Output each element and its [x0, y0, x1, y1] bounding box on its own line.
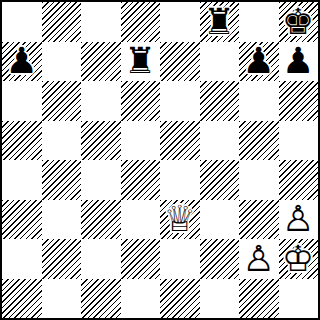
square-b6[interactable] [42, 81, 82, 121]
piece-glyph: ♟ [279, 42, 319, 82]
square-c5[interactable] [81, 121, 121, 161]
square-d5[interactable] [121, 121, 161, 161]
square-b5[interactable] [42, 121, 82, 161]
square-f8[interactable]: ♜♜ [200, 2, 240, 42]
square-e1[interactable] [160, 279, 200, 319]
black-pawn[interactable]: ♟♟ [239, 42, 279, 82]
square-h7[interactable]: ♟♟ [279, 42, 319, 82]
square-g1[interactable] [239, 279, 279, 319]
square-g4[interactable] [239, 160, 279, 200]
square-c7[interactable] [81, 42, 121, 82]
white-pawn[interactable]: ♟♙ [279, 200, 319, 240]
piece-glyph: ♜ [200, 2, 240, 42]
square-h8[interactable]: ♚♚ [279, 2, 319, 42]
square-f1[interactable] [200, 279, 240, 319]
square-h6[interactable] [279, 81, 319, 121]
white-queen[interactable]: ♛♕ [160, 200, 200, 240]
piece-glyph: ♙ [239, 239, 279, 279]
square-b2[interactable] [42, 239, 82, 279]
square-a6[interactable] [2, 81, 42, 121]
piece-glyph: ♙ [279, 200, 319, 240]
square-a7[interactable]: ♟♟ [2, 42, 42, 82]
square-f4[interactable] [200, 160, 240, 200]
square-b8[interactable] [42, 2, 82, 42]
square-b4[interactable] [42, 160, 82, 200]
square-f2[interactable] [200, 239, 240, 279]
black-rook[interactable]: ♜♜ [200, 2, 240, 42]
square-a8[interactable] [2, 2, 42, 42]
black-pawn[interactable]: ♟♟ [2, 42, 42, 82]
square-g7[interactable]: ♟♟ [239, 42, 279, 82]
square-d1[interactable] [121, 279, 161, 319]
square-d4[interactable] [121, 160, 161, 200]
black-king[interactable]: ♚♚ [279, 2, 319, 42]
square-a5[interactable] [2, 121, 42, 161]
piece-glyph: ♚ [279, 2, 319, 42]
square-g3[interactable] [239, 200, 279, 240]
white-pawn[interactable]: ♟♙ [239, 239, 279, 279]
square-b7[interactable] [42, 42, 82, 82]
square-f3[interactable] [200, 200, 240, 240]
piece-glyph: ♟ [2, 42, 42, 82]
square-d7[interactable]: ♜♜ [121, 42, 161, 82]
square-b3[interactable] [42, 200, 82, 240]
square-h1[interactable] [279, 279, 319, 319]
square-c4[interactable] [81, 160, 121, 200]
square-c8[interactable] [81, 2, 121, 42]
chess-diagram: ♜♜♚♚♟♟♜♜♟♟♟♟♛♕♟♙♟♙♚♔ [0, 0, 320, 320]
square-c1[interactable] [81, 279, 121, 319]
square-a1[interactable] [2, 279, 42, 319]
square-g2[interactable]: ♟♙ [239, 239, 279, 279]
square-d8[interactable] [121, 2, 161, 42]
square-c3[interactable] [81, 200, 121, 240]
square-f5[interactable] [200, 121, 240, 161]
square-d2[interactable] [121, 239, 161, 279]
square-g8[interactable] [239, 2, 279, 42]
piece-glyph: ♕ [160, 200, 200, 240]
square-h5[interactable] [279, 121, 319, 161]
square-e8[interactable] [160, 2, 200, 42]
black-rook[interactable]: ♜♜ [121, 42, 161, 82]
square-h2[interactable]: ♚♔ [279, 239, 319, 279]
square-e3[interactable]: ♛♕ [160, 200, 200, 240]
square-e4[interactable] [160, 160, 200, 200]
square-g6[interactable] [239, 81, 279, 121]
square-h3[interactable]: ♟♙ [279, 200, 319, 240]
square-e7[interactable] [160, 42, 200, 82]
piece-glyph: ♜ [121, 42, 161, 82]
square-f7[interactable] [200, 42, 240, 82]
square-d3[interactable] [121, 200, 161, 240]
square-d6[interactable] [121, 81, 161, 121]
square-g5[interactable] [239, 121, 279, 161]
square-c6[interactable] [81, 81, 121, 121]
piece-glyph: ♔ [279, 239, 319, 279]
square-h4[interactable] [279, 160, 319, 200]
square-b1[interactable] [42, 279, 82, 319]
square-e2[interactable] [160, 239, 200, 279]
piece-glyph: ♟ [239, 42, 279, 82]
black-pawn[interactable]: ♟♟ [279, 42, 319, 82]
square-e5[interactable] [160, 121, 200, 161]
square-a4[interactable] [2, 160, 42, 200]
square-a2[interactable] [2, 239, 42, 279]
chess-board: ♜♜♚♚♟♟♜♜♟♟♟♟♛♕♟♙♟♙♚♔ [0, 0, 320, 320]
square-c2[interactable] [81, 239, 121, 279]
white-king[interactable]: ♚♔ [279, 239, 319, 279]
square-f6[interactable] [200, 81, 240, 121]
square-e6[interactable] [160, 81, 200, 121]
square-a3[interactable] [2, 200, 42, 240]
